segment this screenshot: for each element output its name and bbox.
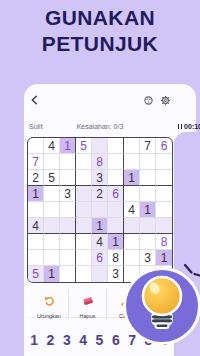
cell-r6c1[interactable]: 4 [28, 218, 44, 234]
cell-r5c7[interactable]: 4 [124, 202, 140, 218]
cell-r2c3[interactable] [60, 154, 76, 170]
cell-r3c6[interactable] [108, 170, 124, 186]
cell-r9c2[interactable]: 1 [44, 266, 60, 282]
promo-title-line2: PETUNJUK [0, 31, 200, 57]
undo-icon [44, 292, 55, 310]
cell-r7c5[interactable]: 4 [92, 234, 108, 250]
cell-r2c8[interactable] [140, 154, 156, 170]
cell-r8c6[interactable]: 8 [108, 250, 124, 266]
cell-r8c3[interactable] [60, 250, 76, 266]
promo-title: GUNAKAN PETUNJUK [0, 5, 200, 57]
cell-r2c6[interactable] [108, 154, 124, 170]
timer: 00:10 [178, 123, 200, 130]
cell-r2c1[interactable]: 7 [28, 154, 44, 170]
eraser-icon [82, 292, 94, 310]
cell-r5c9[interactable] [156, 202, 172, 218]
erase-label: Hapus [80, 313, 96, 319]
cell-r1c2[interactable]: 4 [44, 138, 60, 154]
cell-r5c2[interactable] [44, 202, 60, 218]
cell-r7c2[interactable] [44, 234, 60, 250]
cell-r3c2[interactable]: 5 [44, 170, 60, 186]
cell-r7c8[interactable] [140, 234, 156, 250]
cell-r9c4[interactable] [76, 266, 92, 282]
cell-r8c7[interactable] [124, 250, 140, 266]
cell-r4c1[interactable]: 1 [28, 186, 44, 202]
sparkle-icon [180, 261, 200, 279]
numpad-key-6[interactable]: 6 [108, 330, 124, 350]
cell-r8c8[interactable]: 3 [140, 250, 156, 266]
cell-r4c8[interactable] [140, 186, 156, 202]
cell-r5c8[interactable]: 1 [140, 202, 156, 218]
cell-r9c5[interactable] [92, 266, 108, 282]
cell-r6c4[interactable] [76, 218, 92, 234]
cell-r7c9[interactable]: 8 [156, 234, 172, 250]
navbar [24, 94, 176, 106]
back-icon[interactable] [30, 95, 39, 105]
cell-r3c4[interactable] [76, 170, 92, 186]
cell-r1c8[interactable]: 7 [140, 138, 156, 154]
cell-r8c1[interactable] [28, 250, 44, 266]
numpad-key-4[interactable]: 4 [75, 330, 91, 350]
cell-r1c1[interactable] [28, 138, 44, 154]
cell-r1c5[interactable] [92, 138, 108, 154]
pause-icon[interactable] [178, 124, 183, 130]
cell-r3c8[interactable] [140, 170, 156, 186]
cell-r3c1[interactable]: 2 [28, 170, 44, 186]
cell-r2c9[interactable] [156, 154, 172, 170]
cell-r6c6[interactable] [108, 218, 124, 234]
cell-r3c9[interactable] [156, 170, 172, 186]
theme-icon[interactable] [144, 96, 153, 105]
cell-r3c5[interactable]: 3 [92, 170, 108, 186]
numpad-key-5[interactable]: 5 [91, 330, 107, 350]
app-promo-screenshot: GUNAKAN PETUNJUK [0, 0, 200, 356]
cell-r1c7[interactable] [124, 138, 140, 154]
cell-r8c2[interactable] [44, 250, 60, 266]
sudoku-board: 41576782531132641414186831513 [27, 137, 173, 283]
cell-r1c3[interactable]: 1 [60, 138, 76, 154]
timer-label: 00:10 [184, 123, 200, 130]
undo-label: Urungkan [37, 313, 61, 319]
cell-r3c7[interactable]: 1 [124, 170, 140, 186]
cell-r7c6[interactable]: 1 [108, 234, 124, 250]
erase-button[interactable]: Hapus [68, 289, 106, 317]
cell-r3c3[interactable] [60, 170, 76, 186]
cell-r5c1[interactable] [28, 202, 44, 218]
cell-r6c5[interactable]: 1 [92, 218, 108, 234]
cell-r6c3[interactable] [60, 218, 76, 234]
cell-r6c7[interactable] [124, 218, 140, 234]
cell-r1c4[interactable]: 5 [76, 138, 92, 154]
cell-r8c5[interactable]: 6 [92, 250, 108, 266]
cell-r2c2[interactable] [44, 154, 60, 170]
cell-r7c7[interactable] [124, 234, 140, 250]
cell-r2c5[interactable]: 8 [92, 154, 108, 170]
cell-r7c1[interactable] [28, 234, 44, 250]
cell-r8c9[interactable]: 1 [156, 250, 172, 266]
cell-r8c4[interactable] [76, 250, 92, 266]
cell-r4c3[interactable]: 3 [60, 186, 76, 202]
numpad-key-1[interactable]: 1 [26, 330, 42, 350]
cell-r4c5[interactable]: 2 [92, 186, 108, 202]
cell-r7c4[interactable] [76, 234, 92, 250]
cell-r4c6[interactable]: 6 [108, 186, 124, 202]
cell-r6c2[interactable] [44, 218, 60, 234]
numpad-key-3[interactable]: 3 [59, 330, 75, 350]
cell-r5c3[interactable] [60, 202, 76, 218]
mistakes-label: Kesalahan: 0/3 [24, 123, 176, 130]
cell-r7c3[interactable] [60, 234, 76, 250]
cell-r6c8[interactable] [140, 218, 156, 234]
cell-r1c6[interactable] [108, 138, 124, 154]
cell-r4c7[interactable] [124, 186, 140, 202]
cell-r2c4[interactable] [76, 154, 92, 170]
cell-r5c4[interactable] [76, 202, 92, 218]
status-row: Sulit Kesalahan: 0/3 00:10 [24, 123, 176, 133]
cell-r9c6[interactable]: 3 [108, 266, 124, 282]
settings-icon[interactable] [161, 96, 170, 105]
cell-r4c9[interactable] [156, 186, 172, 202]
hint-bulb-icon [126, 270, 198, 342]
promo-title-line1: GUNAKAN [0, 5, 200, 31]
cell-r4c4[interactable] [76, 186, 92, 202]
cell-r9c3[interactable] [60, 266, 76, 282]
cell-r1c9[interactable]: 6 [156, 138, 172, 154]
cell-r2c7[interactable] [124, 154, 140, 170]
cell-r5c6[interactable] [108, 202, 124, 218]
cell-r6c9[interactable] [156, 218, 172, 234]
undo-button[interactable]: Urungkan [30, 289, 68, 317]
numpad-key-2[interactable]: 2 [42, 330, 58, 350]
cell-r9c1[interactable]: 5 [28, 266, 44, 282]
cell-r5c5[interactable] [92, 202, 108, 218]
cell-r4c2[interactable] [44, 186, 60, 202]
